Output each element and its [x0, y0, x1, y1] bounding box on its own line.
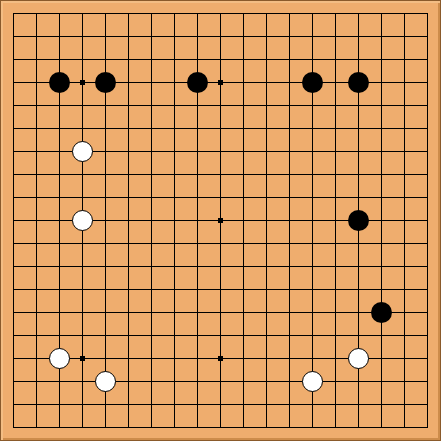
- intersection[interactable]: [324, 278, 347, 301]
- intersection[interactable]: [347, 255, 370, 278]
- intersection[interactable]: [232, 163, 255, 186]
- white-stone[interactable]: ○: [95, 371, 116, 392]
- intersection[interactable]: [301, 209, 324, 232]
- intersection[interactable]: [48, 324, 71, 347]
- intersection[interactable]: [255, 94, 278, 117]
- intersection[interactable]: [48, 186, 71, 209]
- intersection[interactable]: [370, 25, 393, 48]
- intersection[interactable]: [416, 209, 439, 232]
- intersection[interactable]: [232, 25, 255, 48]
- intersection[interactable]: [416, 232, 439, 255]
- intersection[interactable]: [94, 48, 117, 71]
- intersection[interactable]: [209, 209, 232, 232]
- intersection[interactable]: [324, 186, 347, 209]
- intersection[interactable]: [301, 255, 324, 278]
- intersection[interactable]: [71, 117, 94, 140]
- intersection[interactable]: [232, 255, 255, 278]
- intersection[interactable]: [209, 232, 232, 255]
- white-stone[interactable]: ○: [49, 348, 70, 369]
- intersection[interactable]: [186, 186, 209, 209]
- intersection[interactable]: [324, 117, 347, 140]
- intersection[interactable]: ●: [347, 71, 370, 94]
- intersection[interactable]: [94, 117, 117, 140]
- intersection[interactable]: [324, 301, 347, 324]
- intersection[interactable]: [301, 393, 324, 416]
- intersection[interactable]: [347, 94, 370, 117]
- intersection[interactable]: [163, 209, 186, 232]
- intersection[interactable]: [71, 324, 94, 347]
- intersection[interactable]: [163, 232, 186, 255]
- intersection[interactable]: [278, 416, 301, 439]
- intersection[interactable]: [232, 393, 255, 416]
- intersection[interactable]: [117, 25, 140, 48]
- intersection[interactable]: [94, 186, 117, 209]
- intersection[interactable]: [393, 209, 416, 232]
- intersection[interactable]: [48, 48, 71, 71]
- intersection[interactable]: [301, 140, 324, 163]
- intersection[interactable]: [209, 117, 232, 140]
- intersection[interactable]: [232, 186, 255, 209]
- intersection[interactable]: [2, 117, 25, 140]
- intersection[interactable]: [416, 416, 439, 439]
- intersection[interactable]: [71, 2, 94, 25]
- intersection[interactable]: [48, 416, 71, 439]
- intersection[interactable]: [117, 117, 140, 140]
- intersection[interactable]: [71, 393, 94, 416]
- intersection[interactable]: [209, 416, 232, 439]
- intersection[interactable]: [416, 301, 439, 324]
- intersection[interactable]: [255, 232, 278, 255]
- intersection[interactable]: [25, 48, 48, 71]
- black-stone[interactable]: ●: [348, 72, 369, 93]
- intersection[interactable]: [232, 416, 255, 439]
- intersection[interactable]: [186, 94, 209, 117]
- intersection[interactable]: [278, 232, 301, 255]
- intersection[interactable]: [301, 117, 324, 140]
- intersection[interactable]: [255, 186, 278, 209]
- intersection[interactable]: [347, 416, 370, 439]
- intersection[interactable]: [71, 347, 94, 370]
- intersection[interactable]: [393, 71, 416, 94]
- intersection[interactable]: [324, 347, 347, 370]
- intersection[interactable]: [393, 2, 416, 25]
- intersection[interactable]: [393, 163, 416, 186]
- intersection[interactable]: [71, 232, 94, 255]
- intersection[interactable]: [301, 416, 324, 439]
- intersection[interactable]: [416, 71, 439, 94]
- intersection[interactable]: [117, 393, 140, 416]
- intersection[interactable]: [48, 255, 71, 278]
- intersection[interactable]: [94, 255, 117, 278]
- intersection[interactable]: [370, 370, 393, 393]
- intersection[interactable]: [370, 209, 393, 232]
- intersection[interactable]: [140, 393, 163, 416]
- intersection[interactable]: ●: [186, 71, 209, 94]
- intersection[interactable]: [71, 255, 94, 278]
- intersection[interactable]: [255, 25, 278, 48]
- intersection[interactable]: [209, 278, 232, 301]
- intersection[interactable]: [25, 416, 48, 439]
- intersection[interactable]: [278, 25, 301, 48]
- intersection[interactable]: [2, 140, 25, 163]
- intersection[interactable]: ●: [370, 301, 393, 324]
- intersection[interactable]: [25, 140, 48, 163]
- intersection[interactable]: [71, 278, 94, 301]
- intersection[interactable]: [117, 278, 140, 301]
- intersection[interactable]: [163, 25, 186, 48]
- intersection[interactable]: [140, 347, 163, 370]
- intersection[interactable]: [163, 117, 186, 140]
- intersection[interactable]: [2, 324, 25, 347]
- intersection[interactable]: ○: [94, 370, 117, 393]
- intersection[interactable]: [301, 347, 324, 370]
- intersection[interactable]: [232, 117, 255, 140]
- intersection[interactable]: ●: [94, 71, 117, 94]
- intersection[interactable]: [278, 48, 301, 71]
- intersection[interactable]: [232, 347, 255, 370]
- intersection[interactable]: [416, 94, 439, 117]
- intersection[interactable]: [163, 186, 186, 209]
- intersection[interactable]: [416, 186, 439, 209]
- intersection[interactable]: [2, 25, 25, 48]
- intersection[interactable]: [301, 2, 324, 25]
- intersection[interactable]: [255, 347, 278, 370]
- intersection[interactable]: [186, 393, 209, 416]
- intersection[interactable]: [2, 71, 25, 94]
- intersection[interactable]: [416, 393, 439, 416]
- intersection[interactable]: [186, 416, 209, 439]
- intersection[interactable]: [25, 301, 48, 324]
- intersection[interactable]: [393, 278, 416, 301]
- intersection[interactable]: [393, 416, 416, 439]
- intersection[interactable]: [347, 393, 370, 416]
- intersection[interactable]: [163, 278, 186, 301]
- intersection[interactable]: [393, 324, 416, 347]
- intersection[interactable]: [25, 2, 48, 25]
- intersection[interactable]: [278, 117, 301, 140]
- intersection[interactable]: [94, 324, 117, 347]
- intersection[interactable]: [393, 140, 416, 163]
- intersection[interactable]: [416, 48, 439, 71]
- intersection[interactable]: [347, 117, 370, 140]
- intersection[interactable]: [209, 255, 232, 278]
- intersection[interactable]: [163, 94, 186, 117]
- intersection[interactable]: [393, 347, 416, 370]
- intersection[interactable]: [347, 186, 370, 209]
- intersection[interactable]: [94, 232, 117, 255]
- intersection[interactable]: [370, 278, 393, 301]
- white-stone[interactable]: ○: [72, 210, 93, 231]
- intersection[interactable]: [255, 301, 278, 324]
- intersection[interactable]: [94, 393, 117, 416]
- intersection[interactable]: [186, 232, 209, 255]
- intersection[interactable]: [324, 71, 347, 94]
- intersection[interactable]: [347, 140, 370, 163]
- intersection[interactable]: [301, 163, 324, 186]
- intersection[interactable]: [94, 2, 117, 25]
- intersection[interactable]: [2, 2, 25, 25]
- intersection[interactable]: [140, 2, 163, 25]
- intersection[interactable]: [94, 301, 117, 324]
- intersection[interactable]: [186, 278, 209, 301]
- intersection[interactable]: [117, 186, 140, 209]
- intersection[interactable]: [71, 301, 94, 324]
- intersection[interactable]: [255, 163, 278, 186]
- intersection[interactable]: [117, 301, 140, 324]
- intersection[interactable]: [347, 301, 370, 324]
- intersection[interactable]: [301, 186, 324, 209]
- intersection[interactable]: [324, 370, 347, 393]
- intersection[interactable]: [324, 255, 347, 278]
- intersection[interactable]: [347, 25, 370, 48]
- intersection[interactable]: [416, 347, 439, 370]
- intersection[interactable]: [186, 2, 209, 25]
- intersection[interactable]: [278, 370, 301, 393]
- intersection[interactable]: [163, 301, 186, 324]
- intersection[interactable]: [278, 347, 301, 370]
- intersection[interactable]: [25, 209, 48, 232]
- intersection[interactable]: [48, 163, 71, 186]
- intersection[interactable]: [347, 232, 370, 255]
- intersection[interactable]: [278, 393, 301, 416]
- black-stone[interactable]: ●: [49, 72, 70, 93]
- intersection[interactable]: [140, 324, 163, 347]
- intersection[interactable]: [347, 278, 370, 301]
- intersection[interactable]: [232, 324, 255, 347]
- intersection[interactable]: [370, 71, 393, 94]
- intersection[interactable]: [140, 163, 163, 186]
- intersection[interactable]: [209, 2, 232, 25]
- intersection[interactable]: [2, 48, 25, 71]
- intersection[interactable]: [2, 393, 25, 416]
- intersection[interactable]: [370, 347, 393, 370]
- black-stone[interactable]: ●: [371, 302, 392, 323]
- intersection[interactable]: [347, 370, 370, 393]
- intersection[interactable]: [370, 255, 393, 278]
- white-stone[interactable]: ○: [348, 348, 369, 369]
- intersection[interactable]: [2, 370, 25, 393]
- intersection[interactable]: [301, 48, 324, 71]
- intersection[interactable]: [393, 186, 416, 209]
- intersection[interactable]: [186, 370, 209, 393]
- intersection[interactable]: [25, 232, 48, 255]
- intersection[interactable]: [140, 232, 163, 255]
- intersection[interactable]: [416, 278, 439, 301]
- intersection[interactable]: [48, 94, 71, 117]
- intersection[interactable]: [393, 232, 416, 255]
- intersection[interactable]: [140, 94, 163, 117]
- intersection[interactable]: [163, 140, 186, 163]
- intersection[interactable]: [48, 232, 71, 255]
- intersection[interactable]: [278, 140, 301, 163]
- intersection[interactable]: [140, 140, 163, 163]
- intersection[interactable]: [163, 48, 186, 71]
- intersection[interactable]: [94, 209, 117, 232]
- intersection[interactable]: [255, 209, 278, 232]
- intersection[interactable]: [163, 71, 186, 94]
- intersection[interactable]: [25, 186, 48, 209]
- intersection[interactable]: [370, 140, 393, 163]
- intersection[interactable]: [209, 163, 232, 186]
- intersection[interactable]: [2, 278, 25, 301]
- intersection[interactable]: [2, 301, 25, 324]
- intersection[interactable]: [255, 2, 278, 25]
- intersection[interactable]: [25, 117, 48, 140]
- intersection[interactable]: [163, 324, 186, 347]
- intersection[interactable]: [393, 48, 416, 71]
- intersection[interactable]: [324, 324, 347, 347]
- white-stone[interactable]: ○: [72, 141, 93, 162]
- intersection[interactable]: [393, 393, 416, 416]
- intersection[interactable]: [163, 255, 186, 278]
- intersection[interactable]: [163, 416, 186, 439]
- intersection[interactable]: [232, 140, 255, 163]
- intersection[interactable]: [393, 255, 416, 278]
- intersection[interactable]: [347, 48, 370, 71]
- intersection[interactable]: [370, 232, 393, 255]
- intersection[interactable]: [324, 140, 347, 163]
- black-stone[interactable]: ●: [302, 72, 323, 93]
- intersection[interactable]: [25, 163, 48, 186]
- intersection[interactable]: [324, 48, 347, 71]
- intersection[interactable]: [370, 163, 393, 186]
- intersection[interactable]: [2, 163, 25, 186]
- intersection[interactable]: [278, 71, 301, 94]
- intersection[interactable]: [301, 25, 324, 48]
- intersection[interactable]: [71, 48, 94, 71]
- intersection[interactable]: [186, 301, 209, 324]
- intersection[interactable]: [209, 186, 232, 209]
- intersection[interactable]: [393, 301, 416, 324]
- intersection[interactable]: [140, 301, 163, 324]
- intersection[interactable]: [48, 209, 71, 232]
- intersection[interactable]: [186, 347, 209, 370]
- intersection[interactable]: [71, 25, 94, 48]
- intersection[interactable]: [232, 278, 255, 301]
- intersection[interactable]: ●: [48, 71, 71, 94]
- intersection[interactable]: [2, 186, 25, 209]
- intersection[interactable]: [140, 278, 163, 301]
- intersection[interactable]: [140, 255, 163, 278]
- intersection[interactable]: ○: [301, 370, 324, 393]
- intersection[interactable]: [370, 393, 393, 416]
- intersection[interactable]: [255, 117, 278, 140]
- intersection[interactable]: ●: [347, 209, 370, 232]
- intersection[interactable]: [416, 163, 439, 186]
- intersection[interactable]: [140, 209, 163, 232]
- intersection[interactable]: [324, 25, 347, 48]
- intersection[interactable]: [48, 370, 71, 393]
- intersection[interactable]: [2, 94, 25, 117]
- intersection[interactable]: [278, 324, 301, 347]
- intersection[interactable]: [232, 2, 255, 25]
- intersection[interactable]: [232, 48, 255, 71]
- intersection[interactable]: [48, 301, 71, 324]
- intersection[interactable]: [117, 416, 140, 439]
- intersection[interactable]: [94, 94, 117, 117]
- intersection[interactable]: [25, 25, 48, 48]
- intersection[interactable]: [117, 48, 140, 71]
- intersection[interactable]: [140, 370, 163, 393]
- intersection[interactable]: [94, 416, 117, 439]
- intersection[interactable]: [140, 71, 163, 94]
- intersection[interactable]: [117, 232, 140, 255]
- intersection[interactable]: [117, 370, 140, 393]
- intersection[interactable]: [209, 94, 232, 117]
- intersection[interactable]: [25, 71, 48, 94]
- intersection[interactable]: [209, 347, 232, 370]
- intersection[interactable]: [94, 25, 117, 48]
- intersection[interactable]: [278, 301, 301, 324]
- intersection[interactable]: [278, 94, 301, 117]
- intersection[interactable]: [140, 186, 163, 209]
- intersection[interactable]: [324, 2, 347, 25]
- intersection[interactable]: [255, 416, 278, 439]
- intersection[interactable]: [2, 255, 25, 278]
- intersection[interactable]: [255, 255, 278, 278]
- intersection[interactable]: [370, 117, 393, 140]
- intersection[interactable]: [117, 255, 140, 278]
- intersection[interactable]: [393, 117, 416, 140]
- intersection[interactable]: [186, 324, 209, 347]
- intersection[interactable]: [232, 370, 255, 393]
- intersection[interactable]: [370, 416, 393, 439]
- intersection[interactable]: [324, 393, 347, 416]
- intersection[interactable]: [278, 255, 301, 278]
- intersection[interactable]: [347, 324, 370, 347]
- intersection[interactable]: [117, 324, 140, 347]
- intersection[interactable]: [186, 25, 209, 48]
- intersection[interactable]: [117, 163, 140, 186]
- intersection[interactable]: [94, 140, 117, 163]
- intersection[interactable]: [140, 48, 163, 71]
- intersection[interactable]: [255, 370, 278, 393]
- intersection[interactable]: [140, 416, 163, 439]
- intersection[interactable]: [25, 347, 48, 370]
- intersection[interactable]: [255, 48, 278, 71]
- intersection[interactable]: [25, 324, 48, 347]
- intersection[interactable]: [48, 278, 71, 301]
- intersection[interactable]: [301, 232, 324, 255]
- intersection[interactable]: [25, 255, 48, 278]
- intersection[interactable]: [324, 209, 347, 232]
- intersection[interactable]: [71, 71, 94, 94]
- intersection[interactable]: [2, 347, 25, 370]
- intersection[interactable]: [25, 278, 48, 301]
- intersection[interactable]: [416, 140, 439, 163]
- intersection[interactable]: [186, 163, 209, 186]
- intersection[interactable]: ●: [301, 71, 324, 94]
- intersection[interactable]: [416, 25, 439, 48]
- intersection[interactable]: [209, 140, 232, 163]
- intersection[interactable]: [232, 71, 255, 94]
- intersection[interactable]: [209, 370, 232, 393]
- white-stone[interactable]: ○: [302, 371, 323, 392]
- intersection[interactable]: [209, 48, 232, 71]
- intersection[interactable]: [117, 140, 140, 163]
- intersection[interactable]: [209, 393, 232, 416]
- intersection[interactable]: [117, 347, 140, 370]
- intersection[interactable]: [232, 209, 255, 232]
- intersection[interactable]: [209, 301, 232, 324]
- intersection[interactable]: [48, 117, 71, 140]
- black-stone[interactable]: ●: [95, 72, 116, 93]
- intersection[interactable]: [347, 2, 370, 25]
- intersection[interactable]: [370, 186, 393, 209]
- intersection[interactable]: [163, 393, 186, 416]
- intersection[interactable]: [209, 25, 232, 48]
- intersection[interactable]: [2, 416, 25, 439]
